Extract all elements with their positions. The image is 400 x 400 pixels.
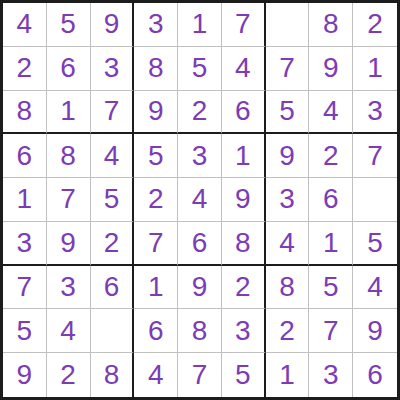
cell-r6c8[interactable]: 1 — [309, 222, 353, 266]
cell-r8c5[interactable]: 8 — [178, 309, 222, 353]
cell-r6c5[interactable]: 6 — [178, 222, 222, 266]
cell-r2c9[interactable]: 1 — [353, 47, 397, 91]
cell-r2c1[interactable]: 2 — [3, 47, 47, 91]
cell-r9c6[interactable]: 5 — [222, 353, 266, 397]
cell-r9c2[interactable]: 2 — [47, 353, 91, 397]
cell-r9c9[interactable]: 6 — [353, 353, 397, 397]
cell-r8c6[interactable]: 3 — [222, 309, 266, 353]
cell-r8c9[interactable]: 9 — [353, 309, 397, 353]
cell-r4c7[interactable]: 9 — [266, 134, 310, 178]
cell-r3c3[interactable]: 7 — [91, 91, 135, 135]
sudoku-board: 4593178226385479181792654368453192717524… — [0, 0, 400, 400]
cell-r5c9-empty[interactable] — [353, 178, 397, 222]
cell-r9c3[interactable]: 8 — [91, 353, 135, 397]
cell-r6c7[interactable]: 4 — [266, 222, 310, 266]
cell-r1c2[interactable]: 5 — [47, 3, 91, 47]
cell-r8c1[interactable]: 5 — [3, 309, 47, 353]
cell-r1c4[interactable]: 3 — [134, 3, 178, 47]
cell-r3c2[interactable]: 1 — [47, 91, 91, 135]
cell-r4c2[interactable]: 8 — [47, 134, 91, 178]
cell-r9c5[interactable]: 7 — [178, 353, 222, 397]
cell-r4c9[interactable]: 7 — [353, 134, 397, 178]
cell-r3c5[interactable]: 2 — [178, 91, 222, 135]
cell-r6c9[interactable]: 5 — [353, 222, 397, 266]
cell-r1c7-empty[interactable] — [266, 3, 310, 47]
cell-r6c3[interactable]: 2 — [91, 222, 135, 266]
cell-r7c9[interactable]: 4 — [353, 266, 397, 310]
cell-r5c5[interactable]: 4 — [178, 178, 222, 222]
cell-r6c4[interactable]: 7 — [134, 222, 178, 266]
cell-r9c1[interactable]: 9 — [3, 353, 47, 397]
cell-r1c9[interactable]: 2 — [353, 3, 397, 47]
cell-r3c9[interactable]: 3 — [353, 91, 397, 135]
cell-r8c2[interactable]: 4 — [47, 309, 91, 353]
cell-r5c1[interactable]: 1 — [3, 178, 47, 222]
cell-r3c4[interactable]: 9 — [134, 91, 178, 135]
cell-r7c1[interactable]: 7 — [3, 266, 47, 310]
cell-r8c8[interactable]: 7 — [309, 309, 353, 353]
cell-r3c8[interactable]: 4 — [309, 91, 353, 135]
cell-r2c8[interactable]: 9 — [309, 47, 353, 91]
cell-r7c6[interactable]: 2 — [222, 266, 266, 310]
cell-r2c2[interactable]: 6 — [47, 47, 91, 91]
cell-r4c5[interactable]: 3 — [178, 134, 222, 178]
cell-r4c4[interactable]: 5 — [134, 134, 178, 178]
cell-r5c2[interactable]: 7 — [47, 178, 91, 222]
cell-r7c2[interactable]: 3 — [47, 266, 91, 310]
cell-r7c7[interactable]: 8 — [266, 266, 310, 310]
cell-r7c3[interactable]: 6 — [91, 266, 135, 310]
cell-r2c4[interactable]: 8 — [134, 47, 178, 91]
cell-r1c6[interactable]: 7 — [222, 3, 266, 47]
cell-r3c1[interactable]: 8 — [3, 91, 47, 135]
cell-r9c7[interactable]: 1 — [266, 353, 310, 397]
cell-r4c1[interactable]: 6 — [3, 134, 47, 178]
cell-r8c3-empty[interactable] — [91, 309, 135, 353]
cell-r4c3[interactable]: 4 — [91, 134, 135, 178]
cell-r6c2[interactable]: 9 — [47, 222, 91, 266]
cell-r1c3[interactable]: 9 — [91, 3, 135, 47]
cell-r8c7[interactable]: 2 — [266, 309, 310, 353]
cell-r6c1[interactable]: 3 — [3, 222, 47, 266]
cell-r9c4[interactable]: 4 — [134, 353, 178, 397]
cell-r1c8[interactable]: 8 — [309, 3, 353, 47]
cell-r2c6[interactable]: 4 — [222, 47, 266, 91]
cell-r3c6[interactable]: 6 — [222, 91, 266, 135]
cell-r7c8[interactable]: 5 — [309, 266, 353, 310]
cell-r1c1[interactable]: 4 — [3, 3, 47, 47]
cell-r8c4[interactable]: 6 — [134, 309, 178, 353]
cell-r5c4[interactable]: 2 — [134, 178, 178, 222]
cell-r2c5[interactable]: 5 — [178, 47, 222, 91]
cell-r5c7[interactable]: 3 — [266, 178, 310, 222]
cell-r7c4[interactable]: 1 — [134, 266, 178, 310]
cell-r2c3[interactable]: 3 — [91, 47, 135, 91]
cell-r1c5[interactable]: 1 — [178, 3, 222, 47]
cell-r3c7[interactable]: 5 — [266, 91, 310, 135]
cell-r5c8[interactable]: 6 — [309, 178, 353, 222]
cell-r7c5[interactable]: 9 — [178, 266, 222, 310]
cell-r9c8[interactable]: 3 — [309, 353, 353, 397]
cell-r4c6[interactable]: 1 — [222, 134, 266, 178]
cell-r5c6[interactable]: 9 — [222, 178, 266, 222]
cell-r5c3[interactable]: 5 — [91, 178, 135, 222]
cell-r6c6[interactable]: 8 — [222, 222, 266, 266]
cell-r2c7[interactable]: 7 — [266, 47, 310, 91]
cell-r4c8[interactable]: 2 — [309, 134, 353, 178]
